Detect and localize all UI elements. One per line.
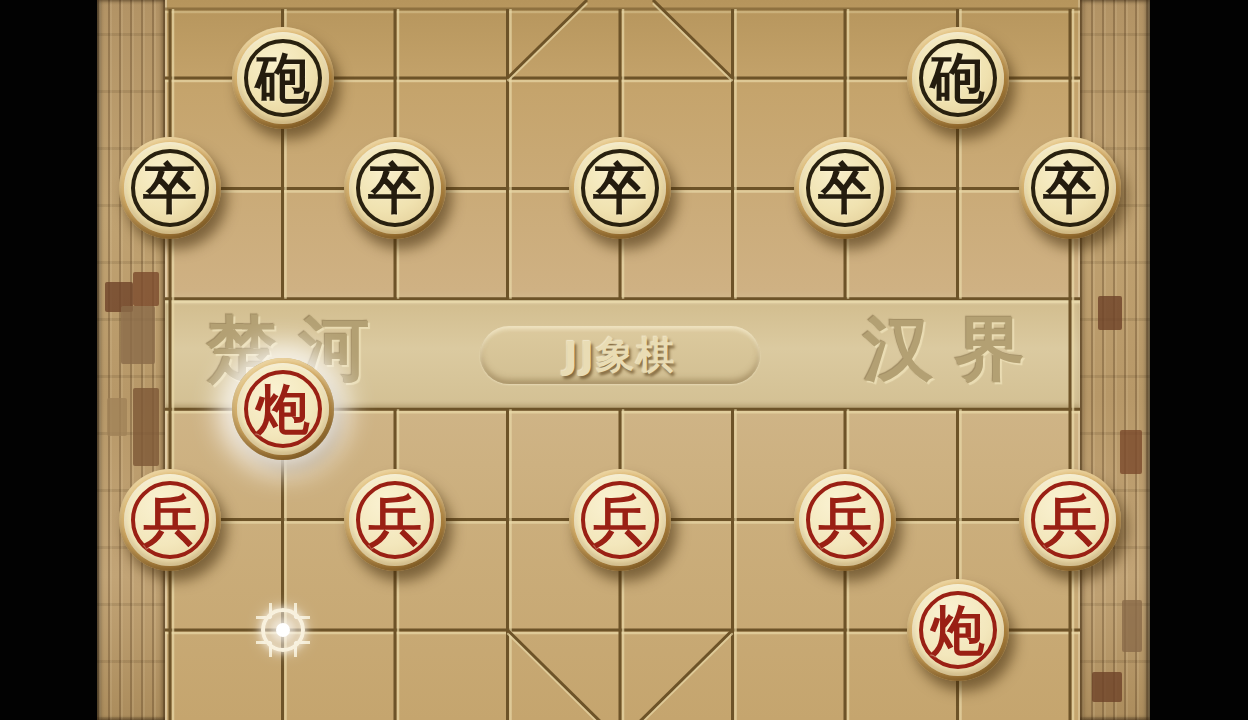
crosshair-glow-dot [276, 623, 290, 637]
piece-character: 卒 [119, 137, 221, 239]
move-origin-crosshair [255, 602, 311, 658]
piece-red-soldier-3[interactable]: 兵 [569, 469, 671, 571]
piece-black-cannon-left[interactable]: 砲 [232, 27, 334, 129]
letterbox-right [1150, 0, 1248, 720]
piece-black-cannon-right[interactable]: 砲 [907, 27, 1009, 129]
piece-character: 卒 [569, 137, 671, 239]
piece-character: 兵 [794, 469, 896, 571]
piece-character: 炮 [232, 358, 334, 460]
piece-red-soldier-5[interactable]: 兵 [1019, 469, 1121, 571]
pieces-layer: 砲砲卒卒卒卒卒炮兵兵兵兵兵炮 [0, 0, 1248, 720]
piece-character: 兵 [569, 469, 671, 571]
piece-character: 砲 [232, 27, 334, 129]
piece-red-soldier-1[interactable]: 兵 [119, 469, 221, 571]
piece-black-soldier-1[interactable]: 卒 [119, 137, 221, 239]
piece-character: 砲 [907, 27, 1009, 129]
piece-black-soldier-4[interactable]: 卒 [794, 137, 896, 239]
letterbox-left [0, 0, 97, 720]
piece-red-soldier-4[interactable]: 兵 [794, 469, 896, 571]
piece-red-cannon-left[interactable]: 炮 [232, 358, 334, 460]
piece-character: 卒 [794, 137, 896, 239]
piece-character: 卒 [1019, 137, 1121, 239]
piece-red-cannon-right[interactable]: 炮 [907, 579, 1009, 681]
xiangqi-game-screen: 楚河 JJ象棋 汉界 砲砲卒卒卒卒卒炮兵兵兵兵兵炮 [0, 0, 1248, 720]
piece-black-soldier-3[interactable]: 卒 [569, 137, 671, 239]
piece-black-soldier-2[interactable]: 卒 [344, 137, 446, 239]
piece-character: 兵 [119, 469, 221, 571]
piece-character: 兵 [1019, 469, 1121, 571]
piece-character: 炮 [907, 579, 1009, 681]
piece-black-soldier-5[interactable]: 卒 [1019, 137, 1121, 239]
piece-red-soldier-2[interactable]: 兵 [344, 469, 446, 571]
piece-character: 卒 [344, 137, 446, 239]
piece-character: 兵 [344, 469, 446, 571]
